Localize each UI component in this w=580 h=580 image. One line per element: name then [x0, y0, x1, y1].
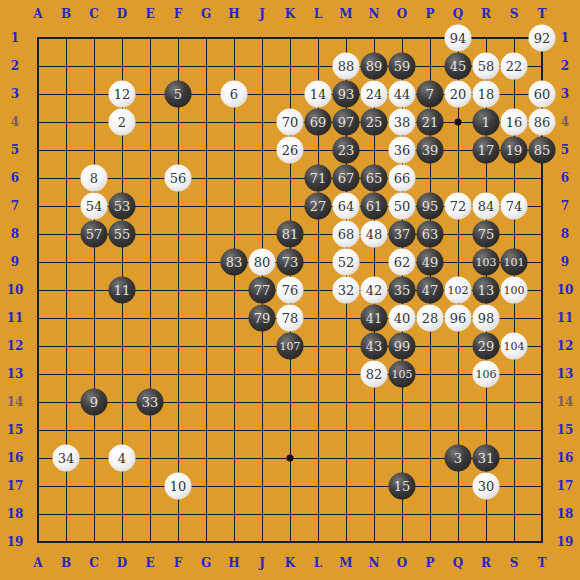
move-number-64: 64 [338, 199, 355, 214]
move-number-96: 96 [450, 311, 467, 326]
row-label-left-11: 11 [7, 312, 24, 324]
move-number-26: 26 [282, 143, 299, 158]
move-number-32: 32 [338, 283, 355, 298]
move-number-71: 71 [310, 171, 327, 186]
stone-black-67-M6[interactable]: 67 [333, 165, 360, 192]
star-point-Q4 [455, 119, 462, 126]
stone-black-71-L6[interactable]: 71 [305, 165, 332, 192]
move-number-30: 30 [478, 479, 495, 494]
move-number-93: 93 [338, 87, 355, 102]
stone-white-100-S10[interactable]: 100 [501, 277, 528, 304]
row-label-right-17: 17 [557, 480, 574, 492]
move-number-22: 22 [506, 59, 523, 74]
move-number-59: 59 [394, 59, 411, 74]
row-label-left-4: 4 [11, 116, 19, 128]
stone-black-107-K12[interactable]: 107 [277, 333, 304, 360]
row-label-left-19: 19 [7, 536, 24, 548]
stone-white-40-O11[interactable]: 40 [389, 305, 416, 332]
move-number-60: 60 [534, 87, 551, 102]
stone-white-34-B16[interactable]: 34 [53, 445, 80, 472]
move-number-34: 34 [58, 451, 75, 466]
move-number-18: 18 [478, 87, 495, 102]
stone-white-58-R2[interactable]: 58 [473, 53, 500, 80]
row-label-left-8: 8 [11, 228, 19, 240]
move-number-35: 35 [394, 283, 411, 298]
column-label-top-D: D [117, 8, 127, 20]
stone-white-80-J9[interactable]: 80 [249, 249, 276, 276]
stone-white-32-M10[interactable]: 32 [333, 277, 360, 304]
move-number-102: 102 [448, 284, 469, 297]
grid-line-horizontal-14 [37, 402, 543, 403]
stone-black-1-R4[interactable]: 1 [473, 109, 500, 136]
move-number-23: 23 [338, 143, 355, 158]
move-number-10: 10 [170, 479, 187, 494]
stone-white-84-R7[interactable]: 84 [473, 193, 500, 220]
grid-line-horizontal-19 [37, 541, 543, 543]
stone-white-44-O3[interactable]: 44 [389, 81, 416, 108]
stone-white-70-K4[interactable]: 70 [277, 109, 304, 136]
move-number-97: 97 [338, 115, 355, 130]
column-label-bottom-K: K [285, 557, 295, 569]
move-number-15: 15 [394, 479, 411, 494]
stone-black-35-O10[interactable]: 35 [389, 277, 416, 304]
stone-black-53-D7[interactable]: 53 [109, 193, 136, 220]
move-number-4: 4 [118, 451, 126, 466]
grid-line-horizontal-18 [37, 514, 543, 515]
stone-white-14-L3[interactable]: 14 [305, 81, 332, 108]
row-label-left-13: 13 [7, 368, 24, 380]
move-number-14: 14 [310, 87, 327, 102]
column-label-bottom-J: J [259, 557, 265, 569]
row-label-left-5: 5 [11, 144, 19, 156]
move-number-94: 94 [450, 31, 467, 46]
row-label-left-1: 1 [11, 32, 19, 44]
move-number-73: 73 [282, 255, 299, 270]
move-number-63: 63 [422, 227, 439, 242]
row-label-right-9: 9 [561, 256, 569, 268]
stone-white-48-N8[interactable]: 48 [361, 221, 388, 248]
row-label-right-10: 10 [557, 284, 574, 296]
stone-black-73-K9[interactable]: 73 [277, 249, 304, 276]
stone-black-75-R8[interactable]: 75 [473, 221, 500, 248]
stone-white-64-M7[interactable]: 64 [333, 193, 360, 220]
stone-white-78-K11[interactable]: 78 [277, 305, 304, 332]
stone-black-101-S9[interactable]: 101 [501, 249, 528, 276]
row-label-left-2: 2 [11, 60, 19, 72]
stone-white-50-O7[interactable]: 50 [389, 193, 416, 220]
stone-black-25-N4[interactable]: 25 [361, 109, 388, 136]
column-label-top-S: S [510, 8, 519, 20]
stone-black-85-T5[interactable]: 85 [529, 137, 556, 164]
column-label-bottom-H: H [228, 557, 239, 569]
move-number-38: 38 [394, 115, 411, 130]
stone-black-11-D10[interactable]: 11 [109, 277, 136, 304]
move-number-6: 6 [230, 87, 238, 102]
go-board[interactable]: AABBCCDDEEFFGGHHJJKKLLMMNNOOPPQQRRSSTT11… [0, 0, 580, 580]
move-number-104: 104 [504, 340, 525, 353]
move-number-78: 78 [282, 311, 299, 326]
move-number-2: 2 [118, 115, 126, 130]
move-number-54: 54 [86, 199, 103, 214]
move-number-70: 70 [282, 115, 299, 130]
move-number-39: 39 [422, 143, 439, 158]
move-number-43: 43 [366, 339, 383, 354]
move-number-100: 100 [504, 284, 525, 297]
stone-black-103-R9[interactable]: 103 [473, 249, 500, 276]
column-label-bottom-F: F [174, 557, 183, 569]
move-number-11: 11 [114, 283, 131, 298]
move-number-13: 13 [478, 283, 495, 298]
move-number-53: 53 [114, 199, 131, 214]
move-number-107: 107 [280, 340, 301, 353]
column-label-top-C: C [89, 8, 99, 20]
move-number-40: 40 [394, 311, 411, 326]
move-number-45: 45 [450, 59, 467, 74]
move-number-33: 33 [142, 395, 159, 410]
stone-white-36-O5[interactable]: 36 [389, 137, 416, 164]
column-label-bottom-M: M [339, 557, 352, 569]
column-label-top-M: M [339, 8, 352, 20]
stone-black-7-P3[interactable]: 7 [417, 81, 444, 108]
move-number-21: 21 [422, 115, 439, 130]
stone-white-102-Q10[interactable]: 102 [445, 277, 472, 304]
move-number-92: 92 [534, 31, 551, 46]
stone-black-57-C8[interactable]: 57 [81, 221, 108, 248]
stone-white-26-K5[interactable]: 26 [277, 137, 304, 164]
move-number-86: 86 [534, 115, 551, 130]
move-number-28: 28 [422, 311, 439, 326]
column-label-top-R: R [481, 8, 491, 20]
row-label-left-16: 16 [7, 452, 24, 464]
move-number-55: 55 [114, 227, 131, 242]
column-label-top-K: K [285, 8, 295, 20]
stone-black-65-N6[interactable]: 65 [361, 165, 388, 192]
column-label-bottom-S: S [510, 557, 519, 569]
row-label-right-2: 2 [561, 60, 569, 72]
move-number-67: 67 [338, 171, 355, 186]
row-label-right-13: 13 [557, 368, 574, 380]
row-label-left-9: 9 [11, 256, 19, 268]
row-label-right-15: 15 [557, 424, 574, 436]
stone-white-92-T1[interactable]: 92 [529, 25, 556, 52]
column-label-top-T: T [538, 8, 547, 20]
move-number-101: 101 [504, 256, 525, 269]
stone-white-38-O4[interactable]: 38 [389, 109, 416, 136]
move-number-52: 52 [338, 255, 355, 270]
move-number-84: 84 [478, 199, 495, 214]
stone-black-61-N7[interactable]: 61 [361, 193, 388, 220]
column-label-bottom-O: O [397, 557, 407, 569]
move-number-25: 25 [366, 115, 383, 130]
row-label-left-17: 17 [7, 480, 24, 492]
stone-black-99-O12[interactable]: 99 [389, 333, 416, 360]
column-label-bottom-T: T [538, 557, 547, 569]
move-number-5: 5 [174, 87, 182, 102]
column-label-bottom-N: N [369, 557, 380, 569]
stone-black-43-N12[interactable]: 43 [361, 333, 388, 360]
row-label-right-11: 11 [557, 312, 574, 324]
stone-black-3-Q16[interactable]: 3 [445, 445, 472, 472]
column-label-top-P: P [425, 8, 434, 20]
stone-black-97-M4[interactable]: 97 [333, 109, 360, 136]
move-number-42: 42 [366, 283, 383, 298]
column-label-bottom-R: R [481, 557, 491, 569]
stone-black-33-E14[interactable]: 33 [137, 389, 164, 416]
move-number-48: 48 [366, 227, 383, 242]
move-number-68: 68 [338, 227, 355, 242]
move-number-83: 83 [226, 255, 243, 270]
move-number-85: 85 [534, 143, 551, 158]
stone-white-16-S4[interactable]: 16 [501, 109, 528, 136]
move-number-49: 49 [422, 255, 439, 270]
move-number-24: 24 [366, 87, 383, 102]
stone-black-39-P5[interactable]: 39 [417, 137, 444, 164]
stone-white-72-Q7[interactable]: 72 [445, 193, 472, 220]
stone-black-15-O17[interactable]: 15 [389, 473, 416, 500]
row-label-left-6: 6 [11, 172, 19, 184]
stone-black-17-R5[interactable]: 17 [473, 137, 500, 164]
stone-black-49-P9[interactable]: 49 [417, 249, 444, 276]
move-number-16: 16 [506, 115, 523, 130]
row-label-left-3: 3 [11, 88, 19, 100]
move-number-72: 72 [450, 199, 467, 214]
move-number-44: 44 [394, 87, 411, 102]
stone-black-69-L4[interactable]: 69 [305, 109, 332, 136]
row-label-right-8: 8 [561, 228, 569, 240]
stone-black-79-J11[interactable]: 79 [249, 305, 276, 332]
move-number-9: 9 [90, 395, 98, 410]
stone-white-20-Q3[interactable]: 20 [445, 81, 472, 108]
stone-white-22-S2[interactable]: 22 [501, 53, 528, 80]
column-label-top-O: O [397, 8, 407, 20]
stone-white-30-R17[interactable]: 30 [473, 473, 500, 500]
stone-black-19-S5[interactable]: 19 [501, 137, 528, 164]
stone-black-27-L7[interactable]: 27 [305, 193, 332, 220]
stone-white-60-T3[interactable]: 60 [529, 81, 556, 108]
stone-white-66-O6[interactable]: 66 [389, 165, 416, 192]
row-label-right-16: 16 [557, 452, 574, 464]
move-number-103: 103 [476, 256, 497, 269]
stone-black-45-Q2[interactable]: 45 [445, 53, 472, 80]
move-number-61: 61 [366, 199, 383, 214]
row-label-right-14: 14 [557, 396, 574, 408]
column-label-top-B: B [61, 8, 71, 20]
move-number-41: 41 [366, 311, 383, 326]
row-label-right-3: 3 [561, 88, 569, 100]
stone-white-28-P11[interactable]: 28 [417, 305, 444, 332]
move-number-62: 62 [394, 255, 411, 270]
stone-white-106-R13[interactable]: 106 [473, 361, 500, 388]
stone-white-76-K10[interactable]: 76 [277, 277, 304, 304]
column-label-top-G: G [201, 8, 211, 20]
move-number-57: 57 [86, 227, 103, 242]
row-label-right-5: 5 [561, 144, 569, 156]
stone-black-83-H9[interactable]: 83 [221, 249, 248, 276]
stone-white-96-Q11[interactable]: 96 [445, 305, 472, 332]
stone-white-74-S7[interactable]: 74 [501, 193, 528, 220]
column-label-top-L: L [314, 8, 322, 20]
move-number-29: 29 [478, 339, 495, 354]
stone-black-59-O2[interactable]: 59 [389, 53, 416, 80]
stone-black-37-O8[interactable]: 37 [389, 221, 416, 248]
move-number-65: 65 [366, 171, 383, 186]
stone-black-93-M3[interactable]: 93 [333, 81, 360, 108]
move-number-19: 19 [506, 143, 523, 158]
move-number-1: 1 [482, 115, 490, 130]
stone-white-54-C7[interactable]: 54 [81, 193, 108, 220]
row-label-right-7: 7 [561, 200, 569, 212]
stone-white-62-O9[interactable]: 62 [389, 249, 416, 276]
row-label-left-10: 10 [7, 284, 24, 296]
column-label-bottom-E: E [145, 557, 154, 569]
stone-black-23-M5[interactable]: 23 [333, 137, 360, 164]
move-number-27: 27 [310, 199, 327, 214]
stone-white-24-N3[interactable]: 24 [361, 81, 388, 108]
row-label-right-12: 12 [557, 340, 574, 352]
column-label-bottom-A: A [33, 557, 42, 569]
move-number-75: 75 [478, 227, 495, 242]
stone-white-56-F6[interactable]: 56 [165, 165, 192, 192]
move-number-31: 31 [478, 451, 495, 466]
stone-white-68-M8[interactable]: 68 [333, 221, 360, 248]
move-number-8: 8 [90, 171, 98, 186]
row-label-left-14: 14 [7, 396, 24, 408]
column-label-top-J: J [259, 8, 265, 20]
move-number-76: 76 [282, 283, 299, 298]
move-number-74: 74 [506, 199, 523, 214]
move-number-69: 69 [310, 115, 327, 130]
stone-white-82-N13[interactable]: 82 [361, 361, 388, 388]
move-number-56: 56 [170, 171, 187, 186]
grid-line-horizontal-15 [37, 430, 543, 431]
column-label-bottom-L: L [314, 557, 322, 569]
move-number-37: 37 [394, 227, 411, 242]
move-number-17: 17 [478, 143, 495, 158]
stone-black-81-K8[interactable]: 81 [277, 221, 304, 248]
column-label-top-F: F [174, 8, 183, 20]
stone-white-8-C6[interactable]: 8 [81, 165, 108, 192]
move-number-89: 89 [366, 59, 383, 74]
stone-white-2-D4[interactable]: 2 [109, 109, 136, 136]
stone-black-47-P10[interactable]: 47 [417, 277, 444, 304]
grid-line-horizontal-17 [37, 486, 543, 487]
stone-white-86-T4[interactable]: 86 [529, 109, 556, 136]
column-label-bottom-B: B [61, 557, 71, 569]
stone-black-5-F3[interactable]: 5 [165, 81, 192, 108]
move-number-80: 80 [254, 255, 271, 270]
stone-white-18-R3[interactable]: 18 [473, 81, 500, 108]
stone-white-4-D16[interactable]: 4 [109, 445, 136, 472]
stone-black-21-P4[interactable]: 21 [417, 109, 444, 136]
star-point-K16 [287, 455, 294, 462]
column-label-top-E: E [145, 8, 154, 20]
move-number-81: 81 [282, 227, 299, 242]
stone-black-29-R12[interactable]: 29 [473, 333, 500, 360]
stone-white-88-M2[interactable]: 88 [333, 53, 360, 80]
stone-black-89-N2[interactable]: 89 [361, 53, 388, 80]
move-number-12: 12 [114, 87, 131, 102]
move-number-99: 99 [394, 339, 411, 354]
stone-white-42-N10[interactable]: 42 [361, 277, 388, 304]
stone-white-12-D3[interactable]: 12 [109, 81, 136, 108]
column-label-bottom-C: C [89, 557, 99, 569]
move-number-7: 7 [426, 87, 434, 102]
stone-black-55-D8[interactable]: 55 [109, 221, 136, 248]
stone-black-31-R16[interactable]: 31 [473, 445, 500, 472]
grid-line-horizontal-13 [37, 374, 543, 375]
column-label-bottom-G: G [201, 557, 211, 569]
move-number-98: 98 [478, 311, 495, 326]
stone-white-6-H3[interactable]: 6 [221, 81, 248, 108]
row-label-left-18: 18 [7, 508, 24, 520]
stone-white-98-R11[interactable]: 98 [473, 305, 500, 332]
stone-black-41-N11[interactable]: 41 [361, 305, 388, 332]
stone-white-52-M9[interactable]: 52 [333, 249, 360, 276]
move-number-79: 79 [254, 311, 271, 326]
column-label-top-H: H [228, 8, 239, 20]
move-number-50: 50 [394, 199, 411, 214]
row-label-right-19: 19 [557, 536, 574, 548]
stone-black-95-P7[interactable]: 95 [417, 193, 444, 220]
move-number-66: 66 [394, 171, 411, 186]
column-label-top-N: N [369, 8, 380, 20]
stone-black-105-O13[interactable]: 105 [389, 361, 416, 388]
row-label-right-6: 6 [561, 172, 569, 184]
move-number-95: 95 [422, 199, 439, 214]
row-label-right-4: 4 [561, 116, 569, 128]
stone-black-9-C14[interactable]: 9 [81, 389, 108, 416]
stone-black-13-R10[interactable]: 13 [473, 277, 500, 304]
column-label-bottom-P: P [425, 557, 434, 569]
move-number-47: 47 [422, 283, 439, 298]
move-number-105: 105 [392, 368, 413, 381]
move-number-20: 20 [450, 87, 467, 102]
move-number-88: 88 [338, 59, 355, 74]
row-label-left-15: 15 [7, 424, 24, 436]
move-number-77: 77 [254, 283, 271, 298]
row-label-right-1: 1 [561, 32, 569, 44]
stone-black-63-P8[interactable]: 63 [417, 221, 444, 248]
move-number-58: 58 [478, 59, 495, 74]
row-label-left-12: 12 [7, 340, 24, 352]
column-label-bottom-Q: Q [453, 557, 463, 569]
move-number-36: 36 [394, 143, 411, 158]
stone-white-104-S12[interactable]: 104 [501, 333, 528, 360]
column-label-top-Q: Q [453, 8, 463, 20]
stone-white-10-F17[interactable]: 10 [165, 473, 192, 500]
row-label-right-18: 18 [557, 508, 574, 520]
row-label-left-7: 7 [11, 200, 19, 212]
stone-white-94-Q1[interactable]: 94 [445, 25, 472, 52]
column-label-bottom-D: D [117, 557, 127, 569]
move-number-3: 3 [454, 451, 462, 466]
stone-black-77-J10[interactable]: 77 [249, 277, 276, 304]
column-label-top-A: A [33, 8, 42, 20]
move-number-82: 82 [366, 367, 383, 382]
move-number-106: 106 [476, 368, 497, 381]
